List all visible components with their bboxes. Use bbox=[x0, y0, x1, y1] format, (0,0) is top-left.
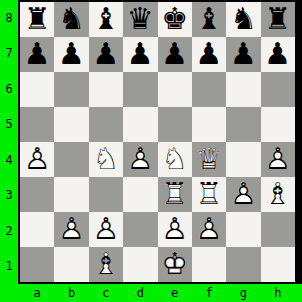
white-rook-icon: ♜♖ bbox=[192, 177, 226, 212]
square-e7[interactable]: ♟ bbox=[158, 37, 192, 72]
square-e8[interactable]: ♚ bbox=[158, 2, 192, 37]
square-g2[interactable] bbox=[226, 212, 260, 247]
file-label-f: f bbox=[192, 284, 226, 302]
square-e1[interactable]: ♚♔ bbox=[158, 247, 192, 282]
white-queen-icon: ♛♕ bbox=[192, 142, 226, 177]
square-g1[interactable] bbox=[226, 247, 260, 282]
square-f5[interactable] bbox=[192, 107, 226, 142]
square-e5[interactable] bbox=[158, 107, 192, 142]
square-b3[interactable] bbox=[54, 177, 88, 212]
square-a8[interactable]: ♜ bbox=[20, 2, 54, 37]
square-g3[interactable]: ♟♙ bbox=[226, 177, 260, 212]
square-h6[interactable] bbox=[261, 72, 295, 107]
square-g5[interactable] bbox=[226, 107, 260, 142]
square-d2[interactable] bbox=[123, 212, 157, 247]
black-king-icon: ♚ bbox=[158, 2, 192, 37]
white-bishop-icon: ♝♗ bbox=[261, 177, 295, 212]
white-knight-icon: ♞♘ bbox=[158, 142, 192, 177]
square-a4[interactable]: ♟♙ bbox=[20, 142, 54, 177]
square-d1[interactable] bbox=[123, 247, 157, 282]
rank-label-8: 8 bbox=[0, 0, 18, 36]
rank-label-1: 1 bbox=[0, 249, 18, 285]
rank-label-6: 6 bbox=[0, 71, 18, 107]
square-c7[interactable]: ♟ bbox=[89, 37, 123, 72]
rank-label-3: 3 bbox=[0, 178, 18, 214]
black-pawn-icon: ♟ bbox=[89, 37, 123, 72]
white-knight-icon: ♞♘ bbox=[89, 142, 123, 177]
square-f8[interactable]: ♝ bbox=[192, 2, 226, 37]
square-g4[interactable] bbox=[226, 142, 260, 177]
black-pawn-icon: ♟ bbox=[54, 37, 88, 72]
square-d5[interactable] bbox=[123, 107, 157, 142]
square-d7[interactable]: ♟ bbox=[123, 37, 157, 72]
black-pawn-icon: ♟ bbox=[261, 37, 295, 72]
square-g6[interactable] bbox=[226, 72, 260, 107]
black-pawn-icon: ♟ bbox=[158, 37, 192, 72]
square-a1[interactable] bbox=[20, 247, 54, 282]
black-knight-icon: ♞ bbox=[226, 2, 260, 37]
square-h2[interactable] bbox=[261, 212, 295, 247]
square-h8[interactable]: ♜ bbox=[261, 2, 295, 37]
square-c3[interactable] bbox=[89, 177, 123, 212]
square-e6[interactable] bbox=[158, 72, 192, 107]
square-c1[interactable]: ♝♗ bbox=[89, 247, 123, 282]
chess-board: ♜♞♝♛♚♝♞♜♟♟♟♟♟♟♟♟♟♙♞♘♟♙♞♘♛♕♟♙♜♖♜♖♟♙♝♗♟♙♟♙… bbox=[18, 0, 302, 284]
rank-label-4: 4 bbox=[0, 142, 18, 178]
file-label-g: g bbox=[226, 284, 260, 302]
square-b4[interactable] bbox=[54, 142, 88, 177]
square-c2[interactable]: ♟♙ bbox=[89, 212, 123, 247]
square-h1[interactable] bbox=[261, 247, 295, 282]
square-b7[interactable]: ♟ bbox=[54, 37, 88, 72]
square-h5[interactable] bbox=[261, 107, 295, 142]
black-pawn-icon: ♟ bbox=[20, 37, 54, 72]
square-e4[interactable]: ♞♘ bbox=[158, 142, 192, 177]
white-king-icon: ♚♔ bbox=[158, 247, 192, 282]
square-f4[interactable]: ♛♕ bbox=[192, 142, 226, 177]
square-c6[interactable] bbox=[89, 72, 123, 107]
square-d6[interactable] bbox=[123, 72, 157, 107]
square-a7[interactable]: ♟ bbox=[20, 37, 54, 72]
square-b1[interactable] bbox=[54, 247, 88, 282]
square-a3[interactable] bbox=[20, 177, 54, 212]
white-pawn-icon: ♟♙ bbox=[123, 142, 157, 177]
square-d3[interactable] bbox=[123, 177, 157, 212]
rank-label-2: 2 bbox=[0, 213, 18, 249]
square-c5[interactable] bbox=[89, 107, 123, 142]
square-b5[interactable] bbox=[54, 107, 88, 142]
square-a2[interactable] bbox=[20, 212, 54, 247]
square-f6[interactable] bbox=[192, 72, 226, 107]
square-b2[interactable]: ♟♙ bbox=[54, 212, 88, 247]
white-pawn-icon: ♟♙ bbox=[54, 212, 88, 247]
black-queen-icon: ♛ bbox=[123, 2, 157, 37]
chessboard-window: 87654321 ♜♞♝♛♚♝♞♜♟♟♟♟♟♟♟♟♟♙♞♘♟♙♞♘♛♕♟♙♜♖♜… bbox=[0, 0, 302, 302]
white-pawn-icon: ♟♙ bbox=[20, 142, 54, 177]
square-g8[interactable]: ♞ bbox=[226, 2, 260, 37]
rank-labels: 87654321 bbox=[0, 0, 18, 284]
rank-label-5: 5 bbox=[0, 107, 18, 143]
file-label-e: e bbox=[158, 284, 192, 302]
file-labels: abcdefgh bbox=[20, 284, 295, 302]
black-bishop-icon: ♝ bbox=[192, 2, 226, 37]
square-f2[interactable]: ♟♙ bbox=[192, 212, 226, 247]
square-h7[interactable]: ♟ bbox=[261, 37, 295, 72]
square-h3[interactable]: ♝♗ bbox=[261, 177, 295, 212]
file-label-h: h bbox=[261, 284, 295, 302]
white-bishop-icon: ♝♗ bbox=[89, 247, 123, 282]
square-a6[interactable] bbox=[20, 72, 54, 107]
square-f1[interactable] bbox=[192, 247, 226, 282]
white-pawn-icon: ♟♙ bbox=[226, 177, 260, 212]
rank-label-7: 7 bbox=[0, 36, 18, 72]
square-h4[interactable]: ♟♙ bbox=[261, 142, 295, 177]
black-knight-icon: ♞ bbox=[54, 2, 88, 37]
black-pawn-icon: ♟ bbox=[192, 37, 226, 72]
file-label-a: a bbox=[20, 284, 54, 302]
square-b6[interactable] bbox=[54, 72, 88, 107]
white-rook-icon: ♜♖ bbox=[158, 177, 192, 212]
board-grid: ♜♞♝♛♚♝♞♜♟♟♟♟♟♟♟♟♟♙♞♘♟♙♞♘♛♕♟♙♜♖♜♖♟♙♝♗♟♙♟♙… bbox=[20, 2, 295, 282]
square-b8[interactable]: ♞ bbox=[54, 2, 88, 37]
square-e3[interactable]: ♜♖ bbox=[158, 177, 192, 212]
square-g7[interactable]: ♟ bbox=[226, 37, 260, 72]
black-rook-icon: ♜ bbox=[20, 2, 54, 37]
square-f7[interactable]: ♟ bbox=[192, 37, 226, 72]
black-rook-icon: ♜ bbox=[261, 2, 295, 37]
square-f3[interactable]: ♜♖ bbox=[192, 177, 226, 212]
white-pawn-icon: ♟♙ bbox=[192, 212, 226, 247]
square-d8[interactable]: ♛ bbox=[123, 2, 157, 37]
black-pawn-icon: ♟ bbox=[226, 37, 260, 72]
white-pawn-icon: ♟♙ bbox=[261, 142, 295, 177]
square-d4[interactable]: ♟♙ bbox=[123, 142, 157, 177]
black-bishop-icon: ♝ bbox=[89, 2, 123, 37]
white-pawn-icon: ♟♙ bbox=[89, 212, 123, 247]
file-label-d: d bbox=[123, 284, 157, 302]
square-c8[interactable]: ♝ bbox=[89, 2, 123, 37]
file-label-b: b bbox=[54, 284, 88, 302]
square-a5[interactable] bbox=[20, 107, 54, 142]
square-c4[interactable]: ♞♘ bbox=[89, 142, 123, 177]
black-pawn-icon: ♟ bbox=[123, 37, 157, 72]
white-pawn-icon: ♟♙ bbox=[158, 212, 192, 247]
file-label-c: c bbox=[89, 284, 123, 302]
square-e2[interactable]: ♟♙ bbox=[158, 212, 192, 247]
